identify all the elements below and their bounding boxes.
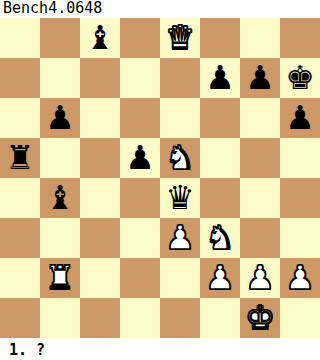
- black-king-h7: ♚: [285, 58, 315, 98]
- square-h2[interactable]: ♟: [280, 258, 320, 298]
- white-pawn-e3: ♟: [165, 218, 195, 258]
- square-e6[interactable]: [160, 98, 200, 138]
- square-f1[interactable]: [200, 298, 240, 338]
- square-e5[interactable]: ♞: [160, 138, 200, 178]
- black-pawn-g7: ♟: [245, 58, 275, 98]
- square-h4[interactable]: [280, 178, 320, 218]
- square-g3[interactable]: [240, 218, 280, 258]
- square-f3[interactable]: ♞: [200, 218, 240, 258]
- white-queen-e8: ♛: [165, 18, 195, 58]
- square-d4[interactable]: [120, 178, 160, 218]
- square-f2[interactable]: ♟: [200, 258, 240, 298]
- square-c2[interactable]: [80, 258, 120, 298]
- square-a5[interactable]: ♜: [0, 138, 40, 178]
- square-a6[interactable]: [0, 98, 40, 138]
- square-a3[interactable]: [0, 218, 40, 258]
- square-f7[interactable]: ♟: [200, 58, 240, 98]
- square-a2[interactable]: [0, 258, 40, 298]
- square-g2[interactable]: ♟: [240, 258, 280, 298]
- square-e7[interactable]: [160, 58, 200, 98]
- square-f6[interactable]: [200, 98, 240, 138]
- square-d3[interactable]: [120, 218, 160, 258]
- square-b2[interactable]: ♜: [40, 258, 80, 298]
- square-h5[interactable]: [280, 138, 320, 178]
- square-b8[interactable]: [40, 18, 80, 58]
- square-f5[interactable]: [200, 138, 240, 178]
- black-pawn-h6: ♟: [285, 98, 315, 138]
- white-pawn-h2: ♟: [285, 258, 315, 298]
- square-e4[interactable]: ♛: [160, 178, 200, 218]
- square-h3[interactable]: [280, 218, 320, 258]
- square-e1[interactable]: [160, 298, 200, 338]
- square-b1[interactable]: [40, 298, 80, 338]
- square-g4[interactable]: [240, 178, 280, 218]
- square-d7[interactable]: [120, 58, 160, 98]
- square-h8[interactable]: [280, 18, 320, 58]
- square-h6[interactable]: ♟: [280, 98, 320, 138]
- square-b4[interactable]: ♝: [40, 178, 80, 218]
- square-d2[interactable]: [120, 258, 160, 298]
- square-c4[interactable]: [80, 178, 120, 218]
- white-pawn-g2: ♟: [245, 258, 275, 298]
- square-g5[interactable]: [240, 138, 280, 178]
- square-e8[interactable]: ♛: [160, 18, 200, 58]
- square-a1[interactable]: [0, 298, 40, 338]
- square-c8[interactable]: ♝: [80, 18, 120, 58]
- square-a4[interactable]: [0, 178, 40, 218]
- window-title: Bench4.0648: [0, 0, 320, 18]
- black-bishop-b4: ♝: [45, 178, 75, 218]
- square-e3[interactable]: ♟: [160, 218, 200, 258]
- move-prompt: 1. ?: [0, 338, 320, 360]
- square-g6[interactable]: [240, 98, 280, 138]
- square-c6[interactable]: [80, 98, 120, 138]
- white-rook-b2: ♜: [45, 258, 75, 298]
- black-rook-a5: ♜: [5, 138, 35, 178]
- square-g7[interactable]: ♟: [240, 58, 280, 98]
- square-h7[interactable]: ♚: [280, 58, 320, 98]
- square-d8[interactable]: [120, 18, 160, 58]
- square-d1[interactable]: [120, 298, 160, 338]
- square-c3[interactable]: [80, 218, 120, 258]
- white-king-g1: ♚: [245, 298, 275, 338]
- black-pawn-b6: ♟: [45, 98, 75, 138]
- black-pawn-f7: ♟: [205, 58, 235, 98]
- chess-program-window: Bench4.0648 ♝♛♟♟♚♟♟♜♟♞♝♛♟♞♜♟♟♟♚ 1. ?: [0, 0, 320, 360]
- black-queen-e4: ♛: [165, 178, 195, 218]
- square-a8[interactable]: [0, 18, 40, 58]
- black-pawn-d5: ♟: [125, 138, 155, 178]
- square-h1[interactable]: [280, 298, 320, 338]
- chess-board: ♝♛♟♟♚♟♟♜♟♞♝♛♟♞♜♟♟♟♚: [0, 18, 320, 338]
- square-d5[interactable]: ♟: [120, 138, 160, 178]
- square-c1[interactable]: [80, 298, 120, 338]
- square-g8[interactable]: [240, 18, 280, 58]
- white-pawn-f2: ♟: [205, 258, 235, 298]
- square-b3[interactable]: [40, 218, 80, 258]
- square-d6[interactable]: [120, 98, 160, 138]
- square-f4[interactable]: [200, 178, 240, 218]
- square-a7[interactable]: [0, 58, 40, 98]
- square-c7[interactable]: [80, 58, 120, 98]
- square-b6[interactable]: ♟: [40, 98, 80, 138]
- black-bishop-c8: ♝: [85, 18, 115, 58]
- square-e2[interactable]: [160, 258, 200, 298]
- square-b5[interactable]: [40, 138, 80, 178]
- square-f8[interactable]: [200, 18, 240, 58]
- white-knight-e5: ♞: [165, 138, 195, 178]
- square-c5[interactable]: [80, 138, 120, 178]
- square-b7[interactable]: [40, 58, 80, 98]
- square-g1[interactable]: ♚: [240, 298, 280, 338]
- white-knight-f3: ♞: [205, 218, 235, 258]
